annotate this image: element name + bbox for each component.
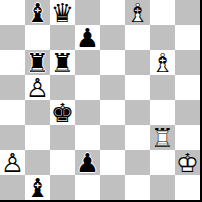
square-c5 xyxy=(50,75,75,100)
square-d1 xyxy=(75,175,100,200)
square-b2 xyxy=(25,150,50,175)
square-b5: ♟♙ xyxy=(25,75,50,100)
black-bishop: ♝ xyxy=(25,0,50,25)
black-pawn: ♟ xyxy=(75,25,100,50)
white-bishop: ♝♗ xyxy=(125,0,150,25)
square-e5 xyxy=(100,75,125,100)
square-e8 xyxy=(100,0,125,25)
square-a7 xyxy=(0,25,25,50)
square-c2 xyxy=(50,150,75,175)
square-a4 xyxy=(0,100,25,125)
square-b3 xyxy=(25,125,50,150)
chess-diagram: ♝♛♝♗♟♜♜♝♗♟♙♚♜♖♟♙♟♚♔♝ xyxy=(0,0,202,202)
square-c6: ♜ xyxy=(50,50,75,75)
square-d2: ♟ xyxy=(75,150,100,175)
black-rook: ♜ xyxy=(25,50,50,75)
square-f8: ♝♗ xyxy=(125,0,150,25)
square-a1 xyxy=(0,175,25,200)
white-pawn: ♟♙ xyxy=(25,75,50,100)
square-d8 xyxy=(75,0,100,25)
square-d7: ♟ xyxy=(75,25,100,50)
square-h3 xyxy=(175,125,200,150)
square-f2 xyxy=(125,150,150,175)
square-f3 xyxy=(125,125,150,150)
black-pawn: ♟ xyxy=(75,150,100,175)
square-d6 xyxy=(75,50,100,75)
square-a3 xyxy=(0,125,25,150)
square-b1: ♝ xyxy=(25,175,50,200)
square-c4: ♚ xyxy=(50,100,75,125)
white-bishop: ♝♗ xyxy=(150,50,175,75)
square-g1 xyxy=(150,175,175,200)
square-c7 xyxy=(50,25,75,50)
square-f5 xyxy=(125,75,150,100)
square-f4 xyxy=(125,100,150,125)
square-c1 xyxy=(50,175,75,200)
square-g5 xyxy=(150,75,175,100)
square-h1 xyxy=(175,175,200,200)
square-b6: ♜ xyxy=(25,50,50,75)
square-a8 xyxy=(0,0,25,25)
black-queen: ♛ xyxy=(50,0,75,25)
square-d3 xyxy=(75,125,100,150)
square-h8 xyxy=(175,0,200,25)
square-g2 xyxy=(150,150,175,175)
square-g7 xyxy=(150,25,175,50)
square-g3: ♜♖ xyxy=(150,125,175,150)
black-rook: ♜ xyxy=(50,50,75,75)
white-rook: ♜♖ xyxy=(150,125,175,150)
square-e7 xyxy=(100,25,125,50)
square-f1 xyxy=(125,175,150,200)
chessboard: ♝♛♝♗♟♜♜♝♗♟♙♚♜♖♟♙♟♚♔♝ xyxy=(0,0,202,202)
square-b8: ♝ xyxy=(25,0,50,25)
square-a2: ♟♙ xyxy=(0,150,25,175)
square-h4 xyxy=(175,100,200,125)
square-g8 xyxy=(150,0,175,25)
square-h6 xyxy=(175,50,200,75)
square-h7 xyxy=(175,25,200,50)
square-a5 xyxy=(0,75,25,100)
square-b7 xyxy=(25,25,50,50)
square-a6 xyxy=(0,50,25,75)
black-king: ♚ xyxy=(50,100,75,125)
square-d4 xyxy=(75,100,100,125)
square-c8: ♛ xyxy=(50,0,75,25)
square-h2: ♚♔ xyxy=(175,150,200,175)
square-f7 xyxy=(125,25,150,50)
white-pawn: ♟♙ xyxy=(0,150,25,175)
black-bishop: ♝ xyxy=(25,175,50,200)
square-e4 xyxy=(100,100,125,125)
square-f6 xyxy=(125,50,150,75)
square-c3 xyxy=(50,125,75,150)
square-e1 xyxy=(100,175,125,200)
square-g6: ♝♗ xyxy=(150,50,175,75)
square-d5 xyxy=(75,75,100,100)
square-h5 xyxy=(175,75,200,100)
square-e2 xyxy=(100,150,125,175)
white-king: ♚♔ xyxy=(175,150,200,175)
square-b4 xyxy=(25,100,50,125)
square-e6 xyxy=(100,50,125,75)
square-e3 xyxy=(100,125,125,150)
square-g4 xyxy=(150,100,175,125)
